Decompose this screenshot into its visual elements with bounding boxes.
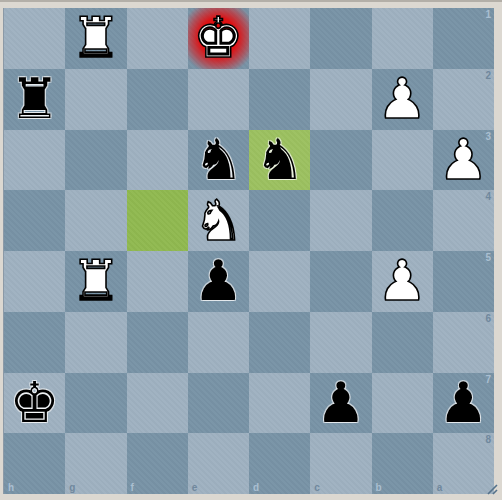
square-e4[interactable]: ♞: [188, 190, 249, 251]
square-h1[interactable]: [4, 8, 65, 69]
square-f2[interactable]: [127, 69, 188, 130]
square-f4[interactable]: [127, 190, 188, 251]
square-e5[interactable]: ♟: [188, 251, 249, 312]
square-g6[interactable]: [65, 312, 126, 373]
square-a1[interactable]: 1: [433, 8, 494, 69]
square-d5[interactable]: [249, 251, 310, 312]
square-d4[interactable]: [249, 190, 310, 251]
rank-label-1: 1: [485, 9, 491, 20]
file-label-c: c: [314, 482, 320, 493]
black-knight[interactable]: ♞: [249, 130, 310, 191]
square-g5[interactable]: ♜: [65, 251, 126, 312]
white-king[interactable]: ♚: [188, 8, 249, 69]
rank-label-5: 5: [485, 252, 491, 263]
square-e1[interactable]: ♚: [188, 8, 249, 69]
square-c3[interactable]: [310, 130, 371, 191]
square-d6[interactable]: [249, 312, 310, 373]
square-g4[interactable]: [65, 190, 126, 251]
square-a3[interactable]: ♟3: [433, 130, 494, 191]
square-f7[interactable]: [127, 373, 188, 434]
white-pawn[interactable]: ♟: [433, 130, 494, 191]
square-b4[interactable]: [372, 190, 433, 251]
square-c4[interactable]: [310, 190, 371, 251]
square-a4[interactable]: 4: [433, 190, 494, 251]
square-f5[interactable]: [127, 251, 188, 312]
square-b3[interactable]: [372, 130, 433, 191]
square-f8[interactable]: f: [127, 433, 188, 494]
square-h3[interactable]: [4, 130, 65, 191]
file-label-h: h: [8, 482, 14, 493]
square-h5[interactable]: [4, 251, 65, 312]
white-pawn[interactable]: ♟: [372, 69, 433, 130]
rank-label-4: 4: [485, 191, 491, 202]
square-e8[interactable]: e: [188, 433, 249, 494]
square-b2[interactable]: ♟: [372, 69, 433, 130]
square-c1[interactable]: [310, 8, 371, 69]
square-e6[interactable]: [188, 312, 249, 373]
square-b7[interactable]: [372, 373, 433, 434]
square-b5[interactable]: ♟: [372, 251, 433, 312]
square-a2[interactable]: 2: [433, 69, 494, 130]
square-h4[interactable]: [4, 190, 65, 251]
square-e7[interactable]: [188, 373, 249, 434]
square-e3[interactable]: ♞: [188, 130, 249, 191]
square-b8[interactable]: b: [372, 433, 433, 494]
square-h2[interactable]: ♜: [4, 69, 65, 130]
rank-label-6: 6: [485, 313, 491, 324]
square-h6[interactable]: [4, 312, 65, 373]
square-e2[interactable]: [188, 69, 249, 130]
file-label-f: f: [131, 482, 134, 493]
square-a8[interactable]: 8a: [433, 433, 494, 494]
square-a6[interactable]: 6: [433, 312, 494, 373]
file-label-b: b: [376, 482, 382, 493]
square-g3[interactable]: [65, 130, 126, 191]
black-rook[interactable]: ♜: [4, 69, 65, 130]
white-pawn[interactable]: ♟: [372, 251, 433, 312]
square-d8[interactable]: d: [249, 433, 310, 494]
square-h7[interactable]: ♚: [4, 373, 65, 434]
chess-board: ♜♚1♜♟2♞♞♟3♞4♜♟♟56♚♟♟7hgfedcb8a: [3, 8, 494, 494]
file-label-g: g: [69, 482, 75, 493]
white-knight[interactable]: ♞: [188, 190, 249, 251]
square-c8[interactable]: c: [310, 433, 371, 494]
rank-label-2: 2: [485, 70, 491, 81]
square-a7[interactable]: ♟7: [433, 373, 494, 434]
board-frame: ♜♚1♜♟2♞♞♟3♞4♜♟♟56♚♟♟7hgfedcb8a: [0, 0, 502, 500]
square-g1[interactable]: ♜: [65, 8, 126, 69]
black-pawn[interactable]: ♟: [310, 373, 371, 434]
square-h8[interactable]: h: [4, 433, 65, 494]
square-d2[interactable]: [249, 69, 310, 130]
square-d7[interactable]: [249, 373, 310, 434]
square-f6[interactable]: [127, 312, 188, 373]
file-label-e: e: [192, 482, 198, 493]
square-b1[interactable]: [372, 8, 433, 69]
black-pawn[interactable]: ♟: [433, 373, 494, 434]
file-label-d: d: [253, 482, 259, 493]
square-f3[interactable]: [127, 130, 188, 191]
white-rook[interactable]: ♜: [65, 8, 126, 69]
square-c2[interactable]: [310, 69, 371, 130]
square-c7[interactable]: ♟: [310, 373, 371, 434]
square-d1[interactable]: [249, 8, 310, 69]
square-c6[interactable]: [310, 312, 371, 373]
black-pawn[interactable]: ♟: [188, 251, 249, 312]
square-a5[interactable]: 5: [433, 251, 494, 312]
square-g2[interactable]: [65, 69, 126, 130]
file-label-a: a: [437, 482, 443, 493]
resize-handle-icon[interactable]: [487, 484, 498, 495]
square-d3[interactable]: ♞: [249, 130, 310, 191]
black-king[interactable]: ♚: [4, 373, 65, 434]
black-knight[interactable]: ♞: [188, 130, 249, 191]
square-f1[interactable]: [127, 8, 188, 69]
rank-label-8: 8: [485, 434, 491, 445]
white-rook[interactable]: ♜: [65, 251, 126, 312]
square-g8[interactable]: g: [65, 433, 126, 494]
square-c5[interactable]: [310, 251, 371, 312]
square-b6[interactable]: [372, 312, 433, 373]
square-g7[interactable]: [65, 373, 126, 434]
